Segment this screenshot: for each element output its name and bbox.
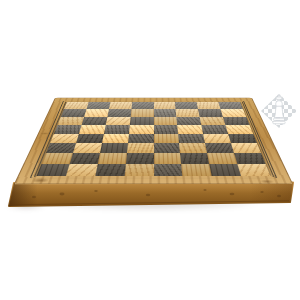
square-g5-dark <box>201 125 228 134</box>
square-c6-light <box>106 117 131 125</box>
square-c4-light <box>102 134 129 143</box>
square-h5-light <box>225 125 253 134</box>
square-f8-dark <box>175 102 198 109</box>
square-d1-light <box>124 164 153 176</box>
square-c2-light <box>98 153 127 164</box>
square-c1-dark <box>95 164 125 176</box>
square-a2-light <box>42 153 73 164</box>
square-f2-dark <box>180 153 209 164</box>
square-e6-light <box>154 117 178 125</box>
square-f4-dark <box>178 134 205 143</box>
square-g2-light <box>207 153 237 164</box>
chess-board <box>14 98 293 184</box>
square-b6-dark <box>82 117 108 125</box>
square-c3-dark <box>100 143 128 153</box>
playing-area <box>37 102 271 176</box>
square-a3-dark <box>46 143 76 153</box>
square-e8-light <box>154 102 176 109</box>
square-h1-light <box>237 164 270 176</box>
brand-watermark-logo <box>260 93 298 130</box>
square-d6-dark <box>130 117 154 125</box>
square-d4-dark <box>128 134 154 143</box>
square-d3-light <box>127 143 154 153</box>
square-a8-light <box>64 102 89 109</box>
square-h7-light <box>221 109 246 117</box>
square-h6-dark <box>223 117 249 125</box>
square-h8-dark <box>218 102 243 109</box>
square-b8-dark <box>86 102 110 109</box>
square-e7-dark <box>154 109 177 117</box>
chessboard-product-photo <box>0 0 300 300</box>
square-g7-dark <box>198 109 223 117</box>
square-b7-light <box>84 109 109 117</box>
square-e3-dark <box>154 143 181 153</box>
square-b5-light <box>79 125 106 134</box>
square-a7-dark <box>61 109 86 117</box>
square-f6-dark <box>177 117 202 125</box>
square-h2-dark <box>234 153 265 164</box>
square-d8-dark <box>131 102 153 109</box>
square-c5-dark <box>104 125 130 134</box>
square-h4-dark <box>228 134 257 143</box>
square-d5-light <box>129 125 154 134</box>
square-h3-light <box>231 143 261 153</box>
square-e4-light <box>154 134 180 143</box>
square-b1-light <box>66 164 98 176</box>
square-a4-light <box>50 134 79 143</box>
square-a1-dark <box>37 164 70 176</box>
square-a6-light <box>58 117 84 125</box>
square-b3-light <box>73 143 102 153</box>
square-b4-dark <box>76 134 104 143</box>
square-c8-light <box>109 102 132 109</box>
square-e5-dark <box>154 125 179 134</box>
square-f5-light <box>177 125 203 134</box>
square-g3-dark <box>205 143 234 153</box>
square-d2-dark <box>126 153 154 164</box>
square-a5-dark <box>54 125 82 134</box>
square-e2-light <box>154 153 182 164</box>
square-f1-light <box>181 164 211 176</box>
square-b2-dark <box>70 153 100 164</box>
square-f3-light <box>179 143 207 153</box>
square-g6-light <box>200 117 226 125</box>
square-g1-dark <box>209 164 241 176</box>
square-g4-light <box>203 134 231 143</box>
square-c7-dark <box>107 109 131 117</box>
square-e1-dark <box>154 164 183 176</box>
square-d7-light <box>130 109 153 117</box>
square-f7-light <box>176 109 200 117</box>
square-g8-light <box>197 102 221 109</box>
